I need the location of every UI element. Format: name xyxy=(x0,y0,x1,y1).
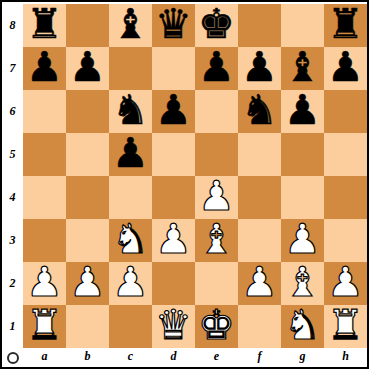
square-g3[interactable]: ♟ xyxy=(281,219,324,262)
piece-black-king[interactable]: ♚ xyxy=(198,4,235,45)
square-h6[interactable] xyxy=(324,90,367,133)
square-a8[interactable]: ♜ xyxy=(23,4,66,47)
square-d1[interactable]: ♛ xyxy=(152,305,195,348)
square-f8[interactable] xyxy=(238,4,281,47)
square-c5[interactable]: ♟ xyxy=(109,133,152,176)
square-g1[interactable]: ♞ xyxy=(281,305,324,348)
piece-black-bishop[interactable]: ♝ xyxy=(112,4,149,45)
square-e8[interactable]: ♚ xyxy=(195,4,238,47)
file-label-g: g xyxy=(281,348,324,367)
piece-white-bishop[interactable]: ♝ xyxy=(198,219,235,260)
rank-label-5: 5 xyxy=(2,133,23,176)
square-b2[interactable]: ♟ xyxy=(66,262,109,305)
rank-label-3: 3 xyxy=(2,219,23,262)
square-b8[interactable] xyxy=(66,4,109,47)
piece-white-king[interactable]: ♚ xyxy=(198,305,235,346)
square-a1[interactable]: ♜ xyxy=(23,305,66,348)
square-f5[interactable] xyxy=(238,133,281,176)
square-g6[interactable]: ♟ xyxy=(281,90,324,133)
square-e7[interactable]: ♟ xyxy=(195,47,238,90)
square-g4[interactable] xyxy=(281,176,324,219)
piece-black-rook[interactable]: ♜ xyxy=(327,4,364,45)
square-g8[interactable] xyxy=(281,4,324,47)
square-h4[interactable] xyxy=(324,176,367,219)
square-b5[interactable] xyxy=(66,133,109,176)
chess-board: 8♜♝♛♚♜7♟♟♟♟♝♟6♞♟♞♟5♟4♟3♞♟♝♟2♟♟♟♟♝♟1♜♛♚♞♜… xyxy=(2,4,367,367)
square-d6[interactable]: ♟ xyxy=(152,90,195,133)
square-b7[interactable]: ♟ xyxy=(66,47,109,90)
piece-white-queen[interactable]: ♛ xyxy=(155,305,192,346)
square-h1[interactable]: ♜ xyxy=(324,305,367,348)
file-label-f: f xyxy=(238,348,281,367)
square-h8[interactable]: ♜ xyxy=(324,4,367,47)
rank-label-2: 2 xyxy=(2,262,23,305)
square-b3[interactable] xyxy=(66,219,109,262)
square-a6[interactable] xyxy=(23,90,66,133)
square-h7[interactable]: ♟ xyxy=(324,47,367,90)
piece-black-pawn[interactable]: ♟ xyxy=(284,90,321,131)
square-h3[interactable] xyxy=(324,219,367,262)
square-f1[interactable] xyxy=(238,305,281,348)
piece-white-rook[interactable]: ♜ xyxy=(26,305,63,346)
square-d3[interactable]: ♟ xyxy=(152,219,195,262)
piece-white-pawn[interactable]: ♟ xyxy=(26,262,63,303)
square-c1[interactable] xyxy=(109,305,152,348)
file-label-h: h xyxy=(324,348,367,367)
square-b4[interactable] xyxy=(66,176,109,219)
file-label-b: b xyxy=(66,348,109,367)
square-e5[interactable] xyxy=(195,133,238,176)
rank-label-1: 1 xyxy=(2,305,23,348)
square-c3[interactable]: ♞ xyxy=(109,219,152,262)
square-g7[interactable]: ♝ xyxy=(281,47,324,90)
square-b1[interactable] xyxy=(66,305,109,348)
rank-label-7: 7 xyxy=(2,47,23,90)
square-a2[interactable]: ♟ xyxy=(23,262,66,305)
piece-black-pawn[interactable]: ♟ xyxy=(198,47,235,88)
square-b6[interactable] xyxy=(66,90,109,133)
rank-label-6: 6 xyxy=(2,90,23,133)
piece-black-bishop[interactable]: ♝ xyxy=(284,47,321,88)
piece-black-pawn[interactable]: ♟ xyxy=(327,47,364,88)
square-d4[interactable] xyxy=(152,176,195,219)
square-a7[interactable]: ♟ xyxy=(23,47,66,90)
piece-white-pawn[interactable]: ♟ xyxy=(327,262,364,303)
rank-label-8: 8 xyxy=(2,4,23,47)
square-f7[interactable]: ♟ xyxy=(238,47,281,90)
file-label-c: c xyxy=(109,348,152,367)
piece-white-pawn[interactable]: ♟ xyxy=(284,219,321,260)
piece-black-rook[interactable]: ♜ xyxy=(26,4,63,45)
piece-black-pawn[interactable]: ♟ xyxy=(69,47,106,88)
move-indicator-cell xyxy=(2,348,23,367)
square-c8[interactable]: ♝ xyxy=(109,4,152,47)
square-e3[interactable]: ♝ xyxy=(195,219,238,262)
piece-white-pawn[interactable]: ♟ xyxy=(198,176,235,217)
square-e6[interactable] xyxy=(195,90,238,133)
square-d2[interactable] xyxy=(152,262,195,305)
chess-board-frame: 8♜♝♛♚♜7♟♟♟♟♝♟6♞♟♞♟5♟4♟3♞♟♝♟2♟♟♟♟♝♟1♜♛♚♞♜… xyxy=(0,0,369,369)
file-label-e: e xyxy=(195,348,238,367)
square-e4[interactable]: ♟ xyxy=(195,176,238,219)
square-g5[interactable] xyxy=(281,133,324,176)
square-a5[interactable] xyxy=(23,133,66,176)
square-c4[interactable] xyxy=(109,176,152,219)
square-h2[interactable]: ♟ xyxy=(324,262,367,305)
piece-white-pawn[interactable]: ♟ xyxy=(69,262,106,303)
square-a3[interactable] xyxy=(23,219,66,262)
file-label-d: d xyxy=(152,348,195,367)
square-f3[interactable] xyxy=(238,219,281,262)
white-to-move-indicator xyxy=(7,352,19,364)
piece-white-knight[interactable]: ♞ xyxy=(284,305,321,346)
piece-white-knight[interactable]: ♞ xyxy=(112,219,149,260)
piece-black-pawn[interactable]: ♟ xyxy=(26,47,63,88)
square-c2[interactable]: ♟ xyxy=(109,262,152,305)
piece-black-pawn[interactable]: ♟ xyxy=(155,90,192,131)
piece-black-pawn[interactable]: ♟ xyxy=(241,47,278,88)
square-a4[interactable] xyxy=(23,176,66,219)
square-f6[interactable]: ♞ xyxy=(238,90,281,133)
rank-label-4: 4 xyxy=(2,176,23,219)
square-d7[interactable] xyxy=(152,47,195,90)
square-f2[interactable]: ♟ xyxy=(238,262,281,305)
square-g2[interactable]: ♝ xyxy=(281,262,324,305)
piece-white-pawn[interactable]: ♟ xyxy=(112,262,149,303)
piece-white-rook[interactable]: ♜ xyxy=(327,305,364,346)
square-d8[interactable]: ♛ xyxy=(152,4,195,47)
file-label-a: a xyxy=(23,348,66,367)
piece-white-pawn[interactable]: ♟ xyxy=(155,219,192,260)
piece-white-pawn[interactable]: ♟ xyxy=(241,262,278,303)
piece-white-bishop[interactable]: ♝ xyxy=(284,262,321,303)
piece-black-pawn[interactable]: ♟ xyxy=(112,133,149,174)
square-c6[interactable]: ♞ xyxy=(109,90,152,133)
piece-black-queen[interactable]: ♛ xyxy=(155,4,192,45)
square-h5[interactable] xyxy=(324,133,367,176)
piece-black-knight[interactable]: ♞ xyxy=(112,90,149,131)
piece-black-knight[interactable]: ♞ xyxy=(241,90,278,131)
square-e1[interactable]: ♚ xyxy=(195,305,238,348)
square-e2[interactable] xyxy=(195,262,238,305)
square-d5[interactable] xyxy=(152,133,195,176)
square-f4[interactable] xyxy=(238,176,281,219)
square-c7[interactable] xyxy=(109,47,152,90)
